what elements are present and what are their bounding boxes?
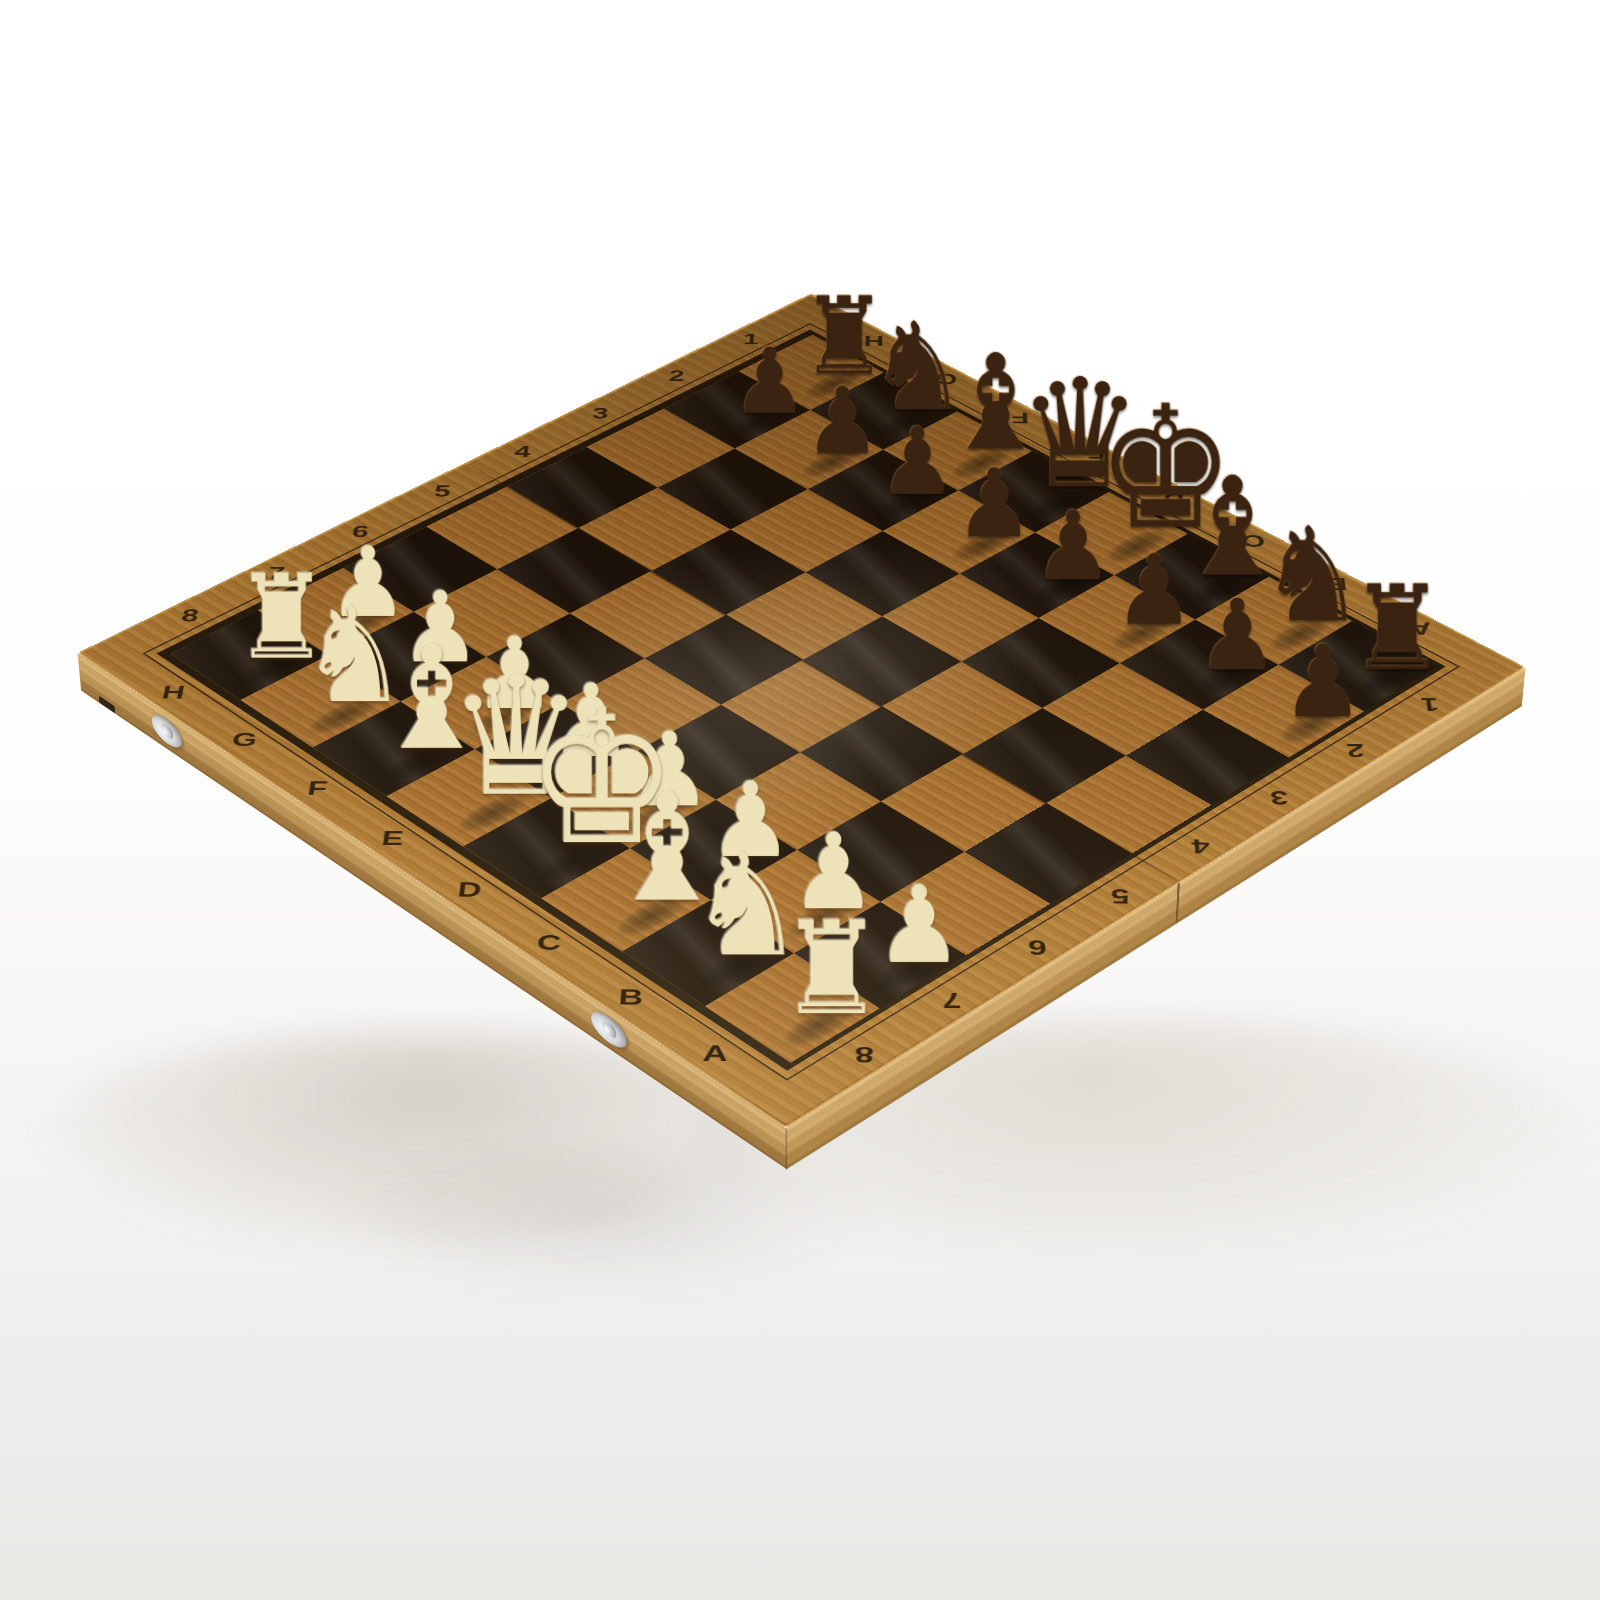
file-label-left: H — [151, 683, 196, 703]
file-label-far: H — [856, 332, 892, 348]
board-frame: ♜♟♟♜♞♟♟♞♝♟♟♝♛♟♟♛♚♟♟♚♝♟♟♝♞♟♟♞♜♟♟♜ HH88GG7… — [78, 293, 1526, 1128]
file-label-far: C — [1234, 531, 1275, 549]
piece-shadow — [525, 837, 616, 890]
rank-label-far: 5 — [422, 483, 462, 501]
file-label-far: A — [1399, 618, 1442, 637]
file-label-far: E — [1077, 449, 1116, 466]
file-label-left: D — [447, 879, 492, 901]
rank-label-right: 6 — [1015, 935, 1059, 958]
rank-label-far: 4 — [502, 443, 542, 460]
chess-board: ♜♟♟♜♞♟♟♞♝♟♟♝♛♟♟♛♚♟♟♚♝♟♟♝♞♟♟♞♜♟♟♜ HH88GG7… — [78, 293, 1526, 1128]
file-label-far: G — [928, 370, 965, 387]
rank-label-right: 8 — [842, 1042, 887, 1067]
rank-label-far: 2 — [658, 368, 696, 385]
file-label-left: G — [222, 730, 267, 751]
chess-set-photo: ♜♟♟♜♞♟♟♞♝♟♟♝♛♟♟♛♚♟♟♚♝♟♟♝♞♟♟♞♜♟♟♜ HH88GG7… — [0, 0, 1600, 1600]
piece-shadow — [1344, 656, 1426, 704]
playing-area: ♜♟♟♜♞♟♟♞♝♟♟♝♛♟♟♛♚♟♟♚♝♟♟♝♞♟♟♞♜♟♟♜ — [171, 335, 1438, 1063]
file-label-left: E — [370, 828, 415, 850]
file-label-far: D — [1154, 490, 1194, 508]
rank-label-far: 6 — [340, 523, 381, 541]
rank-label-right: 1 — [1408, 694, 1452, 714]
file-label-left: A — [692, 1042, 738, 1067]
box-foot — [99, 695, 116, 713]
rank-label-far: 7 — [255, 564, 297, 583]
file-label-far: F — [1001, 409, 1039, 426]
rank-label-right: 4 — [1179, 835, 1223, 857]
file-label-left: F — [295, 778, 340, 799]
rank-label-right: 2 — [1334, 740, 1378, 761]
file-label-left: C — [526, 932, 571, 955]
rank-label-right: 5 — [1098, 884, 1142, 907]
fold-seam-side — [1176, 883, 1180, 923]
rank-label-right: 7 — [930, 988, 974, 1012]
file-label-left: B — [608, 986, 654, 1010]
rank-label-far: 3 — [581, 405, 620, 422]
rank-label-right: 3 — [1257, 787, 1301, 808]
file-label-far: B — [1315, 574, 1357, 593]
